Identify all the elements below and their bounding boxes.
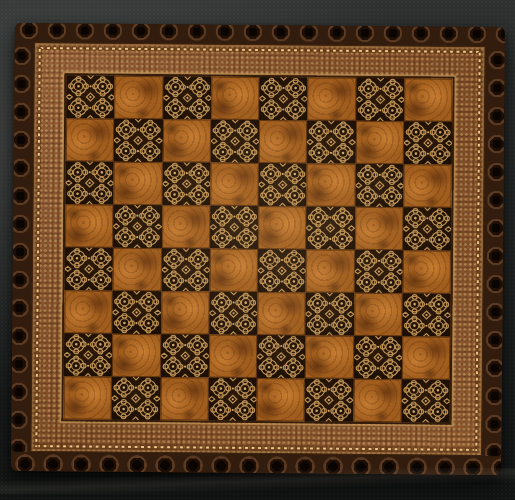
- square-e2: [257, 335, 306, 378]
- square-g3: [354, 293, 403, 336]
- square-f5: [306, 206, 355, 249]
- square-b8: [114, 76, 163, 119]
- ornate-rosette-pattern: [305, 378, 354, 421]
- square-b2: [112, 334, 161, 377]
- square-c1: [160, 377, 209, 420]
- square-e7: [259, 120, 308, 163]
- ornate-rosette-pattern: [112, 377, 161, 420]
- ornate-rosette-pattern: [210, 206, 259, 249]
- square-h1: [401, 379, 450, 422]
- ornate-rosette-pattern: [355, 164, 404, 207]
- square-c3: [161, 291, 210, 334]
- square-e8: [259, 77, 308, 120]
- ornate-rosette-pattern: [113, 291, 162, 334]
- chessboard: [11, 23, 505, 475]
- square-e1: [256, 378, 305, 421]
- square-f7: [307, 120, 356, 163]
- ornate-rosette-pattern: [211, 120, 260, 163]
- square-b3: [113, 291, 162, 334]
- square-e4: [258, 249, 307, 292]
- square-c7: [162, 119, 211, 162]
- square-c6: [162, 162, 211, 205]
- ornate-rosette-pattern: [403, 207, 452, 250]
- square-h4: [402, 250, 451, 293]
- ornate-rosette-pattern: [307, 120, 356, 163]
- square-d1: [208, 378, 257, 421]
- square-a7: [66, 118, 115, 161]
- ornate-rosette-pattern: [160, 334, 209, 377]
- square-b6: [114, 162, 163, 205]
- square-c4: [161, 248, 210, 291]
- ornate-rosette-pattern: [258, 249, 307, 292]
- ornate-rosette-pattern: [66, 75, 115, 118]
- square-h2: [402, 336, 451, 379]
- square-f8: [307, 77, 356, 120]
- ornate-rosette-pattern: [402, 293, 451, 336]
- square-b4: [113, 248, 162, 291]
- desk-surface: [0, 0, 515, 500]
- square-d7: [211, 120, 260, 163]
- square-g8: [356, 78, 405, 121]
- square-d5: [210, 206, 259, 249]
- ornate-rosette-pattern: [163, 76, 212, 119]
- ornate-rosette-pattern: [209, 292, 258, 335]
- square-a3: [64, 290, 113, 333]
- ornate-rosette-pattern: [161, 248, 210, 291]
- ornate-rosette-pattern: [257, 335, 306, 378]
- square-c5: [162, 205, 211, 248]
- ornate-rosette-pattern: [258, 163, 307, 206]
- lacing-right-edge: [482, 46, 505, 456]
- ornate-rosette-pattern: [401, 379, 450, 422]
- square-a5: [65, 204, 114, 247]
- ornate-rosette-pattern: [65, 161, 114, 204]
- square-a8: [66, 75, 115, 118]
- ornate-rosette-pattern: [354, 250, 403, 293]
- square-g2: [353, 336, 402, 379]
- ornate-rosette-pattern: [65, 247, 114, 290]
- square-h7: [403, 121, 452, 164]
- square-b7: [114, 119, 163, 162]
- ornate-rosette-pattern: [208, 378, 257, 421]
- square-e6: [258, 163, 307, 206]
- square-f6: [307, 163, 356, 206]
- square-d3: [209, 292, 258, 335]
- ornate-rosette-pattern: [259, 77, 308, 120]
- square-a1: [64, 376, 113, 419]
- square-h8: [404, 78, 453, 121]
- square-a6: [65, 161, 114, 204]
- ornate-rosette-pattern: [305, 292, 354, 335]
- square-f3: [305, 292, 354, 335]
- square-a4: [65, 247, 114, 290]
- square-c8: [163, 76, 212, 119]
- ornate-rosette-pattern: [114, 119, 163, 162]
- square-f1: [305, 378, 354, 421]
- ornate-rosette-pattern: [306, 206, 355, 249]
- square-b5: [113, 205, 162, 248]
- square-g5: [354, 207, 403, 250]
- ornate-rosette-pattern: [113, 205, 162, 248]
- square-b1: [112, 377, 161, 420]
- square-h5: [403, 207, 452, 250]
- ornate-rosette-pattern: [353, 336, 402, 379]
- square-c2: [160, 334, 209, 377]
- inner-frame: [61, 73, 454, 424]
- square-g4: [354, 250, 403, 293]
- square-f2: [305, 335, 354, 378]
- square-d2: [209, 335, 258, 378]
- ornate-rosette-pattern: [64, 333, 113, 376]
- square-d6: [210, 163, 259, 206]
- ornate-rosette-pattern: [403, 121, 452, 164]
- square-g7: [355, 121, 404, 164]
- square-f4: [306, 249, 355, 292]
- ornate-rosette-pattern: [356, 78, 405, 121]
- board-grid: [64, 75, 453, 422]
- square-d8: [211, 77, 260, 120]
- square-g6: [355, 164, 404, 207]
- square-h3: [402, 293, 451, 336]
- ornate-rosette-pattern: [162, 162, 211, 205]
- square-a2: [64, 333, 113, 376]
- square-e5: [258, 206, 307, 249]
- square-g1: [353, 379, 402, 422]
- square-d4: [209, 249, 258, 292]
- square-e3: [257, 292, 306, 335]
- square-h6: [403, 164, 452, 207]
